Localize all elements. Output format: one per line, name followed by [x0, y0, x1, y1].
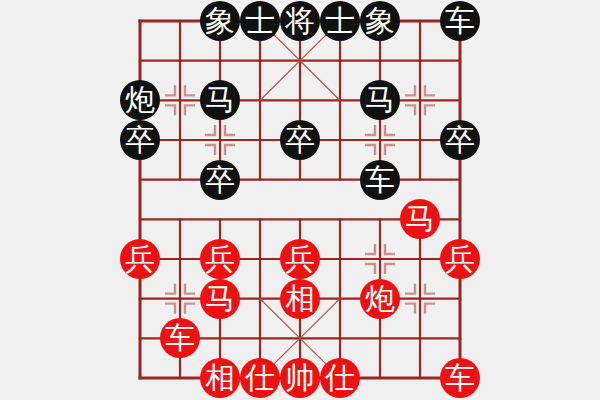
piece-red-soldier[interactable]: 兵 [280, 239, 320, 279]
piece-glyph: 炮 [365, 284, 395, 314]
piece-red-soldier[interactable]: 兵 [120, 239, 160, 279]
piece-glyph: 相 [205, 363, 235, 393]
piece-glyph: 卒 [445, 125, 475, 155]
piece-glyph: 卒 [205, 165, 235, 195]
piece-red-horse[interactable]: 马 [200, 279, 240, 319]
piece-black-elephant[interactable]: 象 [360, 1, 400, 41]
piece-red-elephant[interactable]: 相 [280, 279, 320, 319]
piece-black-chariot[interactable]: 车 [440, 1, 480, 41]
piece-glyph: 炮 [125, 85, 155, 115]
piece-glyph: 卒 [285, 125, 315, 155]
piece-glyph: 马 [205, 85, 235, 115]
piece-glyph: 兵 [285, 244, 315, 274]
piece-black-cannon[interactable]: 炮 [120, 80, 160, 120]
piece-black-soldier[interactable]: 卒 [440, 120, 480, 160]
piece-glyph: 车 [365, 165, 395, 195]
piece-glyph: 士 [245, 6, 275, 36]
piece-black-soldier[interactable]: 卒 [280, 120, 320, 160]
pieces-layer: 象士将士象车炮马马卒卒卒卒车马兵兵兵兵马相炮车相仕帅仕车 [120, 1, 480, 398]
piece-glyph: 象 [205, 6, 235, 36]
piece-glyph: 相 [285, 284, 315, 314]
piece-glyph: 车 [445, 363, 475, 393]
piece-black-advisor[interactable]: 士 [320, 1, 360, 41]
piece-black-advisor[interactable]: 士 [240, 1, 280, 41]
piece-red-general[interactable]: 帅 [280, 358, 320, 398]
piece-glyph: 马 [205, 284, 235, 314]
piece-glyph: 仕 [245, 363, 275, 393]
xiangqi-app: 象士将士象车炮马马卒卒卒卒车马兵兵兵兵马相炮车相仕帅仕车 [0, 0, 600, 400]
piece-glyph: 仕 [325, 363, 355, 393]
piece-red-elephant[interactable]: 相 [200, 358, 240, 398]
piece-red-cannon[interactable]: 炮 [360, 279, 400, 319]
piece-black-chariot[interactable]: 车 [360, 160, 400, 200]
piece-black-soldier[interactable]: 卒 [200, 160, 240, 200]
piece-glyph: 兵 [205, 244, 235, 274]
piece-red-advisor[interactable]: 仕 [320, 358, 360, 398]
piece-glyph: 将 [285, 6, 315, 36]
piece-glyph: 马 [365, 85, 395, 115]
piece-red-chariot[interactable]: 车 [160, 318, 200, 358]
piece-red-soldier[interactable]: 兵 [440, 239, 480, 279]
piece-red-advisor[interactable]: 仕 [240, 358, 280, 398]
piece-red-horse[interactable]: 马 [400, 199, 440, 239]
piece-black-general[interactable]: 将 [280, 1, 320, 41]
piece-glyph: 车 [445, 6, 475, 36]
piece-black-elephant[interactable]: 象 [200, 1, 240, 41]
piece-red-chariot[interactable]: 车 [440, 358, 480, 398]
piece-glyph: 象 [365, 6, 395, 36]
piece-glyph: 车 [165, 323, 195, 353]
piece-glyph: 士 [325, 6, 355, 36]
piece-glyph: 兵 [125, 244, 155, 274]
piece-glyph: 马 [405, 204, 435, 234]
piece-glyph: 兵 [445, 244, 475, 274]
piece-glyph: 帅 [285, 363, 315, 393]
piece-glyph: 卒 [125, 125, 155, 155]
piece-red-soldier[interactable]: 兵 [200, 239, 240, 279]
piece-black-horse[interactable]: 马 [200, 80, 240, 120]
piece-black-soldier[interactable]: 卒 [120, 120, 160, 160]
piece-black-horse[interactable]: 马 [360, 80, 400, 120]
